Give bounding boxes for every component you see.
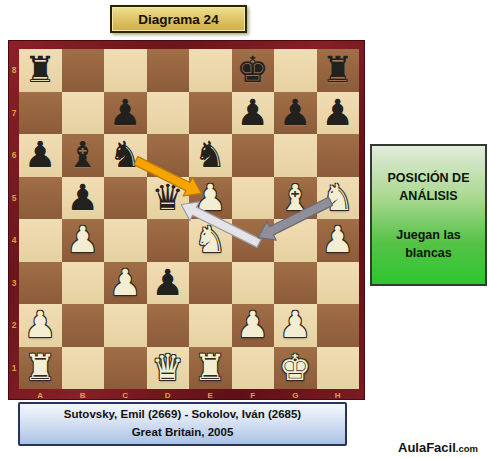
square-f1[interactable]: [232, 347, 275, 390]
piece-white-queen[interactable]: ♛: [152, 347, 184, 390]
square-f8[interactable]: ♚: [232, 49, 275, 92]
square-f4[interactable]: [232, 219, 275, 262]
piece-black-pawn[interactable]: ♟: [24, 134, 56, 177]
piece-black-pawn[interactable]: ♟: [279, 92, 311, 135]
square-g6[interactable]: [274, 134, 317, 177]
file-label-e: E: [189, 389, 232, 401]
square-b2[interactable]: [62, 304, 105, 347]
square-c1[interactable]: [104, 347, 147, 390]
square-e5[interactable]: ♟: [189, 177, 232, 220]
piece-black-knight[interactable]: ♞: [109, 134, 141, 177]
square-f6[interactable]: [232, 134, 275, 177]
square-d1[interactable]: ♛: [147, 347, 190, 390]
square-h3[interactable]: [317, 262, 360, 305]
piece-white-pawn[interactable]: ♟: [194, 177, 226, 220]
file-label-f: F: [232, 389, 275, 401]
piece-black-pawn[interactable]: ♟: [152, 262, 184, 305]
square-h2[interactable]: [317, 304, 360, 347]
piece-black-king[interactable]: ♚: [237, 49, 269, 92]
rank-label-7: 7: [9, 92, 19, 135]
piece-white-pawn[interactable]: ♟: [109, 262, 141, 305]
piece-white-knight[interactable]: ♞: [322, 177, 354, 220]
brand-logo: AulaFacil.com: [398, 438, 478, 456]
rank-label-2: 2: [9, 304, 19, 347]
side-to-move-note: Juegan las blancas: [372, 227, 485, 262]
square-g1[interactable]: ♚: [274, 347, 317, 390]
square-b5[interactable]: ♟: [62, 177, 105, 220]
piece-white-bishop[interactable]: ♝: [279, 177, 311, 220]
event-line: Great Britain, 2005: [132, 424, 234, 442]
brand-tld: .com: [456, 443, 478, 454]
piece-black-rook[interactable]: ♜: [322, 49, 354, 92]
square-d5[interactable]: ♛: [147, 177, 190, 220]
square-e4[interactable]: ♞: [189, 219, 232, 262]
piece-white-rook[interactable]: ♜: [24, 347, 56, 390]
square-c8[interactable]: [104, 49, 147, 92]
page: Diagrama 24 87654321 ♜♚♜♟♟♟♟♟♝♞♞♟♛♟♝♞♟♞♟…: [0, 0, 488, 458]
piece-white-king[interactable]: ♚: [279, 347, 311, 390]
square-h7[interactable]: ♟: [317, 92, 360, 135]
square-c5[interactable]: [104, 177, 147, 220]
square-e6[interactable]: ♞: [189, 134, 232, 177]
square-f5[interactable]: [232, 177, 275, 220]
square-d7[interactable]: [147, 92, 190, 135]
square-h4[interactable]: ♟: [317, 219, 360, 262]
piece-black-bishop[interactable]: ♝: [67, 134, 99, 177]
square-d3[interactable]: ♟: [147, 262, 190, 305]
piece-white-pawn[interactable]: ♟: [67, 219, 99, 262]
piece-white-pawn[interactable]: ♟: [237, 304, 269, 347]
piece-white-rook[interactable]: ♜: [194, 347, 226, 390]
file-label-b: B: [62, 389, 105, 401]
square-b3[interactable]: [62, 262, 105, 305]
rank-labels: 87654321: [9, 49, 19, 389]
file-label-c: C: [104, 389, 147, 401]
file-label-d: D: [147, 389, 190, 401]
square-b8[interactable]: [62, 49, 105, 92]
square-h6[interactable]: [317, 134, 360, 177]
square-c2[interactable]: [104, 304, 147, 347]
square-e3[interactable]: [189, 262, 232, 305]
analysis-panel: POSICIÓN DE ANÁLISIS Juegan las blancas: [370, 144, 487, 286]
piece-black-knight[interactable]: ♞: [194, 134, 226, 177]
brand-name: AulaFacil: [398, 440, 456, 455]
square-e7[interactable]: [189, 92, 232, 135]
piece-white-pawn[interactable]: ♟: [322, 219, 354, 262]
piece-white-knight[interactable]: ♞: [194, 219, 226, 262]
square-d6[interactable]: [147, 134, 190, 177]
diagram-title-box: Diagrama 24: [110, 5, 247, 33]
chess-board: 87654321 ♜♚♜♟♟♟♟♟♝♞♞♟♛♟♝♞♟♞♟♟♟♟♟♟♜♛♜♚ AB…: [8, 40, 365, 400]
square-h1[interactable]: [317, 347, 360, 390]
square-a5[interactable]: [19, 177, 62, 220]
square-f2[interactable]: ♟: [232, 304, 275, 347]
square-e8[interactable]: [189, 49, 232, 92]
piece-black-pawn[interactable]: ♟: [322, 92, 354, 135]
analysis-heading: POSICIÓN DE ANÁLISIS: [372, 170, 485, 205]
players-line: Sutovsky, Emil (2669) - Sokolov, Iván (2…: [64, 406, 301, 424]
square-g5[interactable]: ♝: [274, 177, 317, 220]
piece-black-pawn[interactable]: ♟: [67, 177, 99, 220]
square-c4[interactable]: [104, 219, 147, 262]
square-c6[interactable]: ♞: [104, 134, 147, 177]
square-g3[interactable]: [274, 262, 317, 305]
square-a1[interactable]: ♜: [19, 347, 62, 390]
diagram-title: Diagrama 24: [138, 12, 218, 27]
square-b6[interactable]: ♝: [62, 134, 105, 177]
square-h8[interactable]: ♜: [317, 49, 360, 92]
square-d2[interactable]: [147, 304, 190, 347]
square-g4[interactable]: [274, 219, 317, 262]
square-f3[interactable]: [232, 262, 275, 305]
rank-label-4: 4: [9, 219, 19, 262]
square-b7[interactable]: [62, 92, 105, 135]
square-g7[interactable]: ♟: [274, 92, 317, 135]
file-label-g: G: [274, 389, 317, 401]
file-label-a: A: [19, 389, 62, 401]
square-f7[interactable]: ♟: [232, 92, 275, 135]
file-label-h: H: [317, 389, 360, 401]
board-grid: ♜♚♜♟♟♟♟♟♝♞♞♟♛♟♝♞♟♞♟♟♟♟♟♟♜♛♜♚: [19, 49, 359, 389]
square-g2[interactable]: ♟: [274, 304, 317, 347]
square-c3[interactable]: ♟: [104, 262, 147, 305]
piece-white-pawn[interactable]: ♟: [279, 304, 311, 347]
rank-label-6: 6: [9, 134, 19, 177]
square-g8[interactable]: [274, 49, 317, 92]
square-a3[interactable]: [19, 262, 62, 305]
square-b1[interactable]: [62, 347, 105, 390]
rank-label-8: 8: [9, 49, 19, 92]
square-a4[interactable]: [19, 219, 62, 262]
piece-black-pawn[interactable]: ♟: [237, 92, 269, 135]
piece-black-rook[interactable]: ♜: [24, 49, 56, 92]
rank-label-3: 3: [9, 262, 19, 305]
rank-label-1: 1: [9, 347, 19, 390]
piece-black-pawn[interactable]: ♟: [109, 92, 141, 135]
square-e1[interactable]: ♜: [189, 347, 232, 390]
piece-black-queen[interactable]: ♛: [152, 177, 184, 220]
square-a6[interactable]: ♟: [19, 134, 62, 177]
square-d4[interactable]: [147, 219, 190, 262]
square-a2[interactable]: ♟: [19, 304, 62, 347]
piece-white-pawn[interactable]: ♟: [24, 304, 56, 347]
square-e2[interactable]: [189, 304, 232, 347]
rank-label-5: 5: [9, 177, 19, 220]
square-c7[interactable]: ♟: [104, 92, 147, 135]
file-labels: ABCDEFGH: [19, 389, 359, 401]
square-b4[interactable]: ♟: [62, 219, 105, 262]
square-d8[interactable]: [147, 49, 190, 92]
square-a8[interactable]: ♜: [19, 49, 62, 92]
square-a7[interactable]: [19, 92, 62, 135]
square-h5[interactable]: ♞: [317, 177, 360, 220]
game-caption: Sutovsky, Emil (2669) - Sokolov, Iván (2…: [18, 402, 347, 446]
